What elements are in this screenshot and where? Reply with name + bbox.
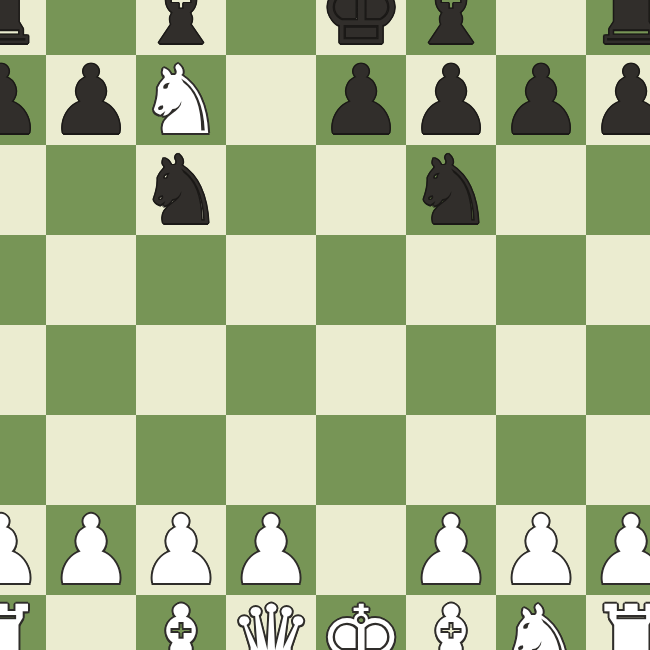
square-h3[interactable] [586, 415, 650, 505]
square-b7[interactable]: ♟ [46, 55, 136, 145]
square-g6[interactable] [496, 145, 586, 235]
square-c6[interactable]: ♞ [136, 145, 226, 235]
black-pawn[interactable]: ♟ [318, 55, 403, 145]
square-f7[interactable]: ♟ [406, 55, 496, 145]
black-pawn[interactable]: ♟ [0, 55, 44, 145]
square-a4[interactable] [0, 325, 46, 415]
white-pawn[interactable]: ♟ [588, 505, 650, 595]
square-e4[interactable] [316, 325, 406, 415]
square-h2[interactable]: ♟ [586, 505, 650, 595]
square-a7[interactable]: ♟ [0, 55, 46, 145]
square-c1[interactable]: ♝ [136, 595, 226, 650]
square-h1[interactable]: ♜ [586, 595, 650, 650]
square-d6[interactable] [226, 145, 316, 235]
square-g3[interactable] [496, 415, 586, 505]
square-c3[interactable] [136, 415, 226, 505]
square-e7[interactable]: ♟ [316, 55, 406, 145]
square-g2[interactable]: ♟ [496, 505, 586, 595]
square-g1[interactable]: ♞ [496, 595, 586, 650]
square-b5[interactable] [46, 235, 136, 325]
square-a5[interactable] [0, 235, 46, 325]
square-b3[interactable] [46, 415, 136, 505]
black-knight[interactable]: ♞ [138, 145, 223, 235]
square-e5[interactable] [316, 235, 406, 325]
white-bishop[interactable]: ♝ [138, 595, 223, 650]
white-pawn[interactable]: ♟ [408, 505, 493, 595]
square-g5[interactable] [496, 235, 586, 325]
black-pawn[interactable]: ♟ [48, 55, 133, 145]
white-pawn[interactable]: ♟ [228, 505, 313, 595]
black-pawn[interactable]: ♟ [498, 55, 583, 145]
square-f2[interactable]: ♟ [406, 505, 496, 595]
square-d8[interactable] [226, 0, 316, 55]
square-d4[interactable] [226, 325, 316, 415]
square-b2[interactable]: ♟ [46, 505, 136, 595]
white-pawn[interactable]: ♟ [138, 505, 223, 595]
square-a2[interactable]: ♟ [0, 505, 46, 595]
white-pawn[interactable]: ♟ [0, 505, 44, 595]
board-viewport: ♜♝♚♝♜♟♟♞♟♟♟♟♞♞♟♟♟♟♟♟♟♜♝♛♚♝♞♜ [0, 0, 650, 650]
white-knight[interactable]: ♞ [138, 55, 223, 145]
square-a6[interactable] [0, 145, 46, 235]
chessboard: ♜♝♚♝♜♟♟♞♟♟♟♟♞♞♟♟♟♟♟♟♟♜♝♛♚♝♞♜ [0, 0, 650, 650]
square-d3[interactable] [226, 415, 316, 505]
square-h5[interactable] [586, 235, 650, 325]
square-e1[interactable]: ♚ [316, 595, 406, 650]
black-knight[interactable]: ♞ [408, 145, 493, 235]
white-rook[interactable]: ♜ [588, 595, 650, 650]
square-d7[interactable] [226, 55, 316, 145]
white-pawn[interactable]: ♟ [498, 505, 583, 595]
square-c4[interactable] [136, 325, 226, 415]
black-pawn[interactable]: ♟ [588, 55, 650, 145]
square-e6[interactable] [316, 145, 406, 235]
square-f1[interactable]: ♝ [406, 595, 496, 650]
square-c5[interactable] [136, 235, 226, 325]
white-knight[interactable]: ♞ [498, 595, 583, 650]
square-f3[interactable] [406, 415, 496, 505]
white-bishop[interactable]: ♝ [408, 595, 493, 650]
square-f6[interactable]: ♞ [406, 145, 496, 235]
square-h7[interactable]: ♟ [586, 55, 650, 145]
square-f5[interactable] [406, 235, 496, 325]
square-h6[interactable] [586, 145, 650, 235]
square-e3[interactable] [316, 415, 406, 505]
square-g7[interactable]: ♟ [496, 55, 586, 145]
white-pawn[interactable]: ♟ [48, 505, 133, 595]
square-a1[interactable]: ♜ [0, 595, 46, 650]
black-pawn[interactable]: ♟ [408, 55, 493, 145]
square-h4[interactable] [586, 325, 650, 415]
square-d5[interactable] [226, 235, 316, 325]
square-d1[interactable]: ♛ [226, 595, 316, 650]
square-f4[interactable] [406, 325, 496, 415]
square-c7[interactable]: ♞ [136, 55, 226, 145]
square-b1[interactable] [46, 595, 136, 650]
white-queen[interactable]: ♛ [228, 595, 313, 650]
square-b6[interactable] [46, 145, 136, 235]
white-rook[interactable]: ♜ [0, 595, 44, 650]
square-g4[interactable] [496, 325, 586, 415]
square-a3[interactable] [0, 415, 46, 505]
square-b4[interactable] [46, 325, 136, 415]
white-king[interactable]: ♚ [318, 595, 403, 650]
square-c2[interactable]: ♟ [136, 505, 226, 595]
square-e2[interactable] [316, 505, 406, 595]
square-d2[interactable]: ♟ [226, 505, 316, 595]
